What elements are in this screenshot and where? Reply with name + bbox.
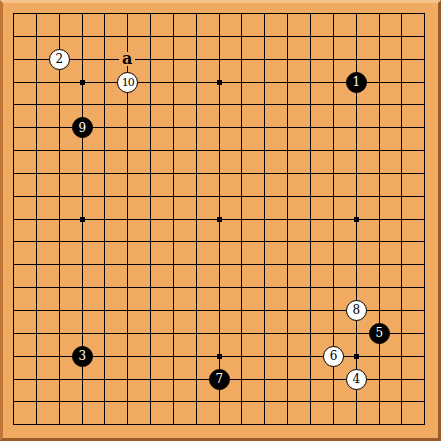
board-point[interactable] <box>71 71 94 94</box>
board-point[interactable] <box>276 208 299 231</box>
board-point[interactable] <box>71 48 94 71</box>
board-point[interactable] <box>299 253 322 276</box>
board-point[interactable] <box>139 139 162 162</box>
board-point[interactable]: 9 <box>71 116 94 139</box>
board-point[interactable] <box>390 93 413 116</box>
board-point[interactable] <box>185 368 208 391</box>
board-point[interactable] <box>276 390 299 413</box>
board-point[interactable] <box>299 139 322 162</box>
board-point[interactable] <box>162 2 185 25</box>
board-point[interactable]: 5 <box>368 322 391 345</box>
board-point[interactable] <box>116 208 139 231</box>
board-point[interactable] <box>139 48 162 71</box>
board-point[interactable] <box>2 208 25 231</box>
board-point[interactable] <box>185 322 208 345</box>
board-point[interactable] <box>390 139 413 162</box>
board-point[interactable] <box>253 390 276 413</box>
board-point[interactable] <box>162 368 185 391</box>
board-point[interactable] <box>299 413 322 436</box>
board-point[interactable] <box>230 25 253 48</box>
board-point[interactable] <box>230 208 253 231</box>
board-point[interactable] <box>162 139 185 162</box>
board-point[interactable] <box>276 25 299 48</box>
board-point[interactable] <box>276 276 299 299</box>
board-point[interactable] <box>71 368 94 391</box>
board-point[interactable] <box>162 299 185 322</box>
board-point[interactable] <box>48 253 71 276</box>
board-point[interactable]: 2 <box>48 48 71 71</box>
board-point[interactable] <box>208 162 231 185</box>
board-point[interactable] <box>2 299 25 322</box>
board-point[interactable] <box>390 48 413 71</box>
board-point[interactable] <box>25 48 48 71</box>
board-point[interactable] <box>390 253 413 276</box>
board-point[interactable] <box>185 139 208 162</box>
board-point[interactable] <box>25 208 48 231</box>
board-point[interactable] <box>2 276 25 299</box>
board-point[interactable] <box>413 25 436 48</box>
board-point[interactable] <box>390 345 413 368</box>
board-point[interactable] <box>299 185 322 208</box>
board-point[interactable] <box>139 253 162 276</box>
board-point[interactable] <box>93 345 116 368</box>
board-point[interactable] <box>116 322 139 345</box>
board-point[interactable] <box>253 208 276 231</box>
board-point[interactable] <box>413 322 436 345</box>
board-point[interactable] <box>322 208 345 231</box>
board-point[interactable] <box>322 25 345 48</box>
board-point[interactable] <box>93 162 116 185</box>
board-point[interactable] <box>93 413 116 436</box>
board-point[interactable] <box>93 48 116 71</box>
board-point[interactable] <box>413 276 436 299</box>
board-point[interactable] <box>116 2 139 25</box>
board-point[interactable] <box>116 299 139 322</box>
board-point[interactable] <box>25 139 48 162</box>
board-point[interactable] <box>48 208 71 231</box>
board-point[interactable] <box>71 322 94 345</box>
board-point[interactable] <box>208 71 231 94</box>
board-point[interactable]: 10 <box>116 71 139 94</box>
board-point[interactable] <box>71 276 94 299</box>
board-point[interactable] <box>299 2 322 25</box>
board-point[interactable] <box>322 93 345 116</box>
board-point[interactable] <box>208 139 231 162</box>
board-point[interactable] <box>299 93 322 116</box>
board-point[interactable] <box>208 208 231 231</box>
board-point[interactable] <box>299 322 322 345</box>
board-point[interactable] <box>345 322 368 345</box>
board-point[interactable] <box>93 322 116 345</box>
board-point[interactable] <box>185 93 208 116</box>
board-point[interactable] <box>25 390 48 413</box>
board-point[interactable] <box>253 139 276 162</box>
board-point[interactable] <box>139 368 162 391</box>
board-point[interactable] <box>25 322 48 345</box>
board-point[interactable] <box>230 299 253 322</box>
board-point[interactable] <box>208 276 231 299</box>
board-point[interactable] <box>93 299 116 322</box>
board-point[interactable] <box>116 390 139 413</box>
board-point[interactable] <box>253 48 276 71</box>
board-point[interactable] <box>368 93 391 116</box>
board-point[interactable] <box>299 230 322 253</box>
board-point[interactable] <box>71 413 94 436</box>
board-point[interactable] <box>93 116 116 139</box>
board-point[interactable] <box>413 139 436 162</box>
board-point[interactable] <box>162 322 185 345</box>
board-point[interactable] <box>322 230 345 253</box>
board-point[interactable] <box>276 322 299 345</box>
board-point[interactable] <box>2 185 25 208</box>
board-point[interactable] <box>93 368 116 391</box>
board-point[interactable] <box>139 299 162 322</box>
board-point[interactable] <box>390 230 413 253</box>
board-point[interactable]: a <box>116 48 139 71</box>
board-point[interactable] <box>368 368 391 391</box>
board-point[interactable] <box>71 230 94 253</box>
board-point[interactable] <box>162 162 185 185</box>
board-point[interactable] <box>345 25 368 48</box>
board-point[interactable] <box>253 299 276 322</box>
board-point[interactable] <box>230 116 253 139</box>
board-point[interactable] <box>139 413 162 436</box>
board-point[interactable] <box>162 208 185 231</box>
board-point[interactable] <box>48 71 71 94</box>
board-point[interactable] <box>185 276 208 299</box>
board-point[interactable] <box>116 162 139 185</box>
board-point[interactable] <box>253 2 276 25</box>
board-point[interactable] <box>299 345 322 368</box>
board-point[interactable] <box>253 413 276 436</box>
board-point[interactable] <box>162 185 185 208</box>
board-point[interactable] <box>413 345 436 368</box>
board-point[interactable] <box>162 345 185 368</box>
board-point[interactable] <box>208 2 231 25</box>
board-point[interactable] <box>276 230 299 253</box>
board-point[interactable] <box>139 390 162 413</box>
board-point[interactable] <box>208 390 231 413</box>
board-point[interactable] <box>253 71 276 94</box>
board-point[interactable] <box>276 185 299 208</box>
board-point[interactable] <box>48 185 71 208</box>
board-point[interactable] <box>368 162 391 185</box>
board-point[interactable] <box>185 48 208 71</box>
board-point[interactable] <box>368 253 391 276</box>
board-point[interactable] <box>93 185 116 208</box>
board-point[interactable] <box>368 413 391 436</box>
board-point[interactable] <box>116 345 139 368</box>
board-point[interactable] <box>368 139 391 162</box>
board-point[interactable] <box>299 368 322 391</box>
board-point[interactable] <box>390 185 413 208</box>
board-point[interactable] <box>25 299 48 322</box>
board-point[interactable] <box>139 322 162 345</box>
board-point[interactable] <box>48 162 71 185</box>
board-point[interactable] <box>139 162 162 185</box>
board-point[interactable] <box>299 299 322 322</box>
board-point[interactable] <box>162 253 185 276</box>
board-point[interactable] <box>48 390 71 413</box>
board-point[interactable] <box>253 253 276 276</box>
board-point[interactable] <box>253 345 276 368</box>
board-point[interactable]: 3 <box>71 345 94 368</box>
board-point[interactable] <box>2 322 25 345</box>
board-point[interactable] <box>230 48 253 71</box>
board-point[interactable] <box>299 25 322 48</box>
board-point[interactable] <box>71 299 94 322</box>
board-point[interactable] <box>413 390 436 413</box>
board-point[interactable]: 7 <box>208 368 231 391</box>
board-point[interactable]: 8 <box>345 299 368 322</box>
board-point[interactable] <box>276 413 299 436</box>
board-point[interactable] <box>25 230 48 253</box>
board-point[interactable] <box>2 230 25 253</box>
board-point[interactable] <box>48 322 71 345</box>
board-point[interactable] <box>116 413 139 436</box>
board-point[interactable] <box>185 299 208 322</box>
board-point[interactable] <box>368 48 391 71</box>
board-point[interactable] <box>71 2 94 25</box>
board-point[interactable] <box>2 48 25 71</box>
board-point[interactable] <box>413 48 436 71</box>
board-point[interactable] <box>230 162 253 185</box>
board-point[interactable] <box>48 345 71 368</box>
board-point[interactable] <box>25 71 48 94</box>
board-point[interactable]: 1 <box>345 71 368 94</box>
board-point[interactable] <box>116 116 139 139</box>
board-point[interactable] <box>413 253 436 276</box>
board-point[interactable] <box>390 71 413 94</box>
board-point[interactable] <box>185 2 208 25</box>
board-point[interactable] <box>230 368 253 391</box>
board-point[interactable] <box>299 276 322 299</box>
board-point[interactable] <box>413 93 436 116</box>
board-point[interactable] <box>368 390 391 413</box>
board-point[interactable] <box>116 185 139 208</box>
board-point[interactable] <box>299 162 322 185</box>
board-point[interactable] <box>390 208 413 231</box>
board-point[interactable] <box>345 230 368 253</box>
board-point[interactable] <box>413 2 436 25</box>
board-point[interactable] <box>162 413 185 436</box>
board-point[interactable] <box>276 368 299 391</box>
board-point[interactable] <box>299 390 322 413</box>
board-point[interactable] <box>345 253 368 276</box>
board-point[interactable] <box>116 276 139 299</box>
board-point[interactable] <box>208 413 231 436</box>
board-point[interactable] <box>25 162 48 185</box>
board-point[interactable] <box>299 116 322 139</box>
board-point[interactable] <box>162 25 185 48</box>
board-point[interactable] <box>25 345 48 368</box>
board-point[interactable] <box>276 71 299 94</box>
board-point[interactable] <box>390 25 413 48</box>
board-point[interactable] <box>345 139 368 162</box>
board-point[interactable] <box>48 413 71 436</box>
board-point[interactable] <box>368 230 391 253</box>
board-point[interactable] <box>208 116 231 139</box>
board-point[interactable] <box>48 93 71 116</box>
board-point[interactable] <box>390 368 413 391</box>
board-point[interactable] <box>276 253 299 276</box>
board-point[interactable] <box>208 345 231 368</box>
board-point[interactable] <box>185 253 208 276</box>
board-point[interactable] <box>345 208 368 231</box>
board-point[interactable] <box>139 25 162 48</box>
board-point[interactable] <box>345 48 368 71</box>
board-point[interactable] <box>71 208 94 231</box>
board-point[interactable] <box>48 116 71 139</box>
board-point[interactable] <box>208 48 231 71</box>
board-point[interactable] <box>276 299 299 322</box>
board-point[interactable] <box>185 71 208 94</box>
board-point[interactable] <box>413 208 436 231</box>
board-point[interactable] <box>208 299 231 322</box>
board-point[interactable] <box>368 208 391 231</box>
board-point[interactable] <box>93 230 116 253</box>
board-point[interactable] <box>322 413 345 436</box>
board-point[interactable] <box>139 116 162 139</box>
board-point[interactable] <box>93 71 116 94</box>
board-point[interactable] <box>2 345 25 368</box>
board-point[interactable] <box>322 71 345 94</box>
board-point[interactable] <box>139 345 162 368</box>
board-point[interactable] <box>253 230 276 253</box>
board-point[interactable] <box>93 390 116 413</box>
board-point[interactable] <box>48 276 71 299</box>
board-point[interactable] <box>253 368 276 391</box>
board-point[interactable] <box>253 93 276 116</box>
board-point[interactable] <box>48 139 71 162</box>
board-point[interactable] <box>116 25 139 48</box>
board-point[interactable] <box>185 208 208 231</box>
board-point[interactable] <box>390 2 413 25</box>
board-point[interactable] <box>93 139 116 162</box>
board-point[interactable] <box>2 139 25 162</box>
board-point[interactable]: 6 <box>322 345 345 368</box>
board-point[interactable] <box>162 48 185 71</box>
board-point[interactable] <box>345 2 368 25</box>
board-point[interactable] <box>93 25 116 48</box>
board-point[interactable] <box>413 185 436 208</box>
board-point[interactable] <box>2 116 25 139</box>
board-point[interactable] <box>185 390 208 413</box>
board-point[interactable] <box>230 253 253 276</box>
board-point[interactable] <box>390 116 413 139</box>
board-point[interactable] <box>368 276 391 299</box>
board-point[interactable] <box>71 25 94 48</box>
board-point[interactable] <box>93 276 116 299</box>
board-point[interactable] <box>413 230 436 253</box>
board-point[interactable] <box>116 230 139 253</box>
board-point[interactable] <box>93 2 116 25</box>
board-point[interactable] <box>276 48 299 71</box>
board-point[interactable] <box>116 139 139 162</box>
board-point[interactable] <box>276 93 299 116</box>
board-point[interactable] <box>368 2 391 25</box>
board-point[interactable] <box>48 230 71 253</box>
board-point[interactable] <box>208 322 231 345</box>
board-point[interactable] <box>2 71 25 94</box>
board-point[interactable] <box>322 276 345 299</box>
board-point[interactable] <box>322 48 345 71</box>
board-point[interactable] <box>162 230 185 253</box>
board-point[interactable] <box>322 185 345 208</box>
board-point[interactable] <box>48 25 71 48</box>
board-point[interactable] <box>71 185 94 208</box>
board-point[interactable] <box>48 299 71 322</box>
board-point[interactable] <box>322 162 345 185</box>
board-point[interactable] <box>253 185 276 208</box>
board-point[interactable] <box>413 413 436 436</box>
board-point[interactable] <box>413 368 436 391</box>
board-point[interactable] <box>162 71 185 94</box>
board-point[interactable] <box>390 276 413 299</box>
board-point[interactable] <box>276 345 299 368</box>
board-point[interactable] <box>253 116 276 139</box>
board-point[interactable] <box>71 390 94 413</box>
board-point[interactable] <box>162 390 185 413</box>
board-point[interactable] <box>116 253 139 276</box>
board-point[interactable] <box>230 185 253 208</box>
board-point[interactable] <box>185 345 208 368</box>
board-point[interactable] <box>162 116 185 139</box>
board-point[interactable] <box>230 322 253 345</box>
board-point[interactable] <box>368 71 391 94</box>
board-point[interactable] <box>25 116 48 139</box>
board-point[interactable] <box>322 139 345 162</box>
board-point[interactable] <box>230 390 253 413</box>
board-point[interactable] <box>185 413 208 436</box>
board-point[interactable] <box>48 368 71 391</box>
board-point[interactable] <box>208 253 231 276</box>
board-point[interactable] <box>139 208 162 231</box>
board-point[interactable] <box>345 390 368 413</box>
board-point[interactable] <box>253 322 276 345</box>
board-point[interactable] <box>322 322 345 345</box>
board-point[interactable] <box>139 71 162 94</box>
board-point[interactable] <box>230 2 253 25</box>
board-point[interactable] <box>185 162 208 185</box>
board-point[interactable] <box>93 253 116 276</box>
board-point[interactable] <box>368 25 391 48</box>
board-point[interactable]: 4 <box>345 368 368 391</box>
board-point[interactable] <box>276 139 299 162</box>
board-point[interactable] <box>368 299 391 322</box>
board-point[interactable] <box>322 2 345 25</box>
board-point[interactable] <box>390 322 413 345</box>
board-point[interactable] <box>322 368 345 391</box>
board-point[interactable] <box>230 345 253 368</box>
board-point[interactable] <box>368 345 391 368</box>
board-point[interactable] <box>230 139 253 162</box>
board-point[interactable] <box>2 253 25 276</box>
board-point[interactable] <box>25 368 48 391</box>
board-point[interactable] <box>299 208 322 231</box>
board-point[interactable] <box>368 185 391 208</box>
board-point[interactable] <box>2 162 25 185</box>
board-point[interactable] <box>230 93 253 116</box>
board-point[interactable] <box>345 413 368 436</box>
board-point[interactable] <box>25 93 48 116</box>
board-point[interactable] <box>322 299 345 322</box>
board-point[interactable] <box>71 162 94 185</box>
board-point[interactable] <box>208 185 231 208</box>
board-point[interactable] <box>2 390 25 413</box>
board-point[interactable] <box>185 230 208 253</box>
board-point[interactable] <box>413 71 436 94</box>
